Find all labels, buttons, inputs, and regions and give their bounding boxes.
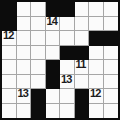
white-cell[interactable] [2,60,17,75]
black-cell [31,89,46,104]
white-cell[interactable] [60,89,75,104]
black-cell [31,104,46,119]
white-cell[interactable] [31,2,46,17]
white-cell[interactable] [2,89,17,104]
white-cell[interactable]: 13 [17,89,32,104]
black-cell [2,2,17,17]
white-cell[interactable]: 12 [89,89,104,104]
black-cell [89,31,104,46]
clue-number: 13 [18,88,29,100]
white-cell[interactable] [31,75,46,90]
white-cell[interactable] [31,60,46,75]
white-cell[interactable] [89,104,104,119]
clue-number: 14 [47,16,58,28]
black-cell [46,75,61,90]
clue-number: 11 [76,59,86,71]
white-cell[interactable]: 14 [46,17,61,32]
white-cell[interactable] [89,60,104,75]
white-cell[interactable]: 11 [75,60,90,75]
white-cell[interactable] [17,60,32,75]
white-cell[interactable] [17,31,32,46]
clue-number: 12 [3,30,14,42]
white-cell[interactable] [89,46,104,61]
white-cell[interactable] [31,17,46,32]
white-cell[interactable] [75,17,90,32]
white-cell[interactable] [104,75,119,90]
clue-number: 13 [61,74,72,86]
white-cell[interactable] [17,104,32,119]
white-cell[interactable] [2,46,17,61]
white-cell[interactable] [31,46,46,61]
white-cell[interactable] [31,31,46,46]
white-cell[interactable] [104,46,119,61]
white-cell[interactable] [46,89,61,104]
white-cell[interactable] [104,60,119,75]
white-cell[interactable] [46,46,61,61]
black-cell [60,2,75,17]
clue-number: 12 [90,88,101,100]
black-cell [104,31,119,46]
black-cell [75,89,90,104]
white-cell[interactable] [17,2,32,17]
white-cell[interactable] [46,31,61,46]
white-cell[interactable] [89,17,104,32]
white-cell[interactable]: 13 [60,75,75,90]
white-cell[interactable]: 12 [2,31,17,46]
white-cell[interactable] [75,2,90,17]
white-cell[interactable] [60,31,75,46]
white-cell[interactable] [75,31,90,46]
white-cell[interactable] [104,17,119,32]
white-cell[interactable] [60,17,75,32]
white-cell[interactable] [75,75,90,90]
black-cell [75,104,90,119]
white-cell[interactable] [104,89,119,104]
white-cell[interactable] [46,104,61,119]
white-cell[interactable] [2,104,17,119]
white-cell[interactable] [17,17,32,32]
white-cell[interactable] [89,2,104,17]
white-cell[interactable] [104,2,119,17]
black-cell [46,60,61,75]
white-cell[interactable] [17,46,32,61]
black-cell [60,46,75,61]
white-cell[interactable] [60,104,75,119]
crossword-board: 141211131312 [0,0,120,120]
white-cell[interactable] [104,104,119,119]
white-cell[interactable] [2,75,17,90]
